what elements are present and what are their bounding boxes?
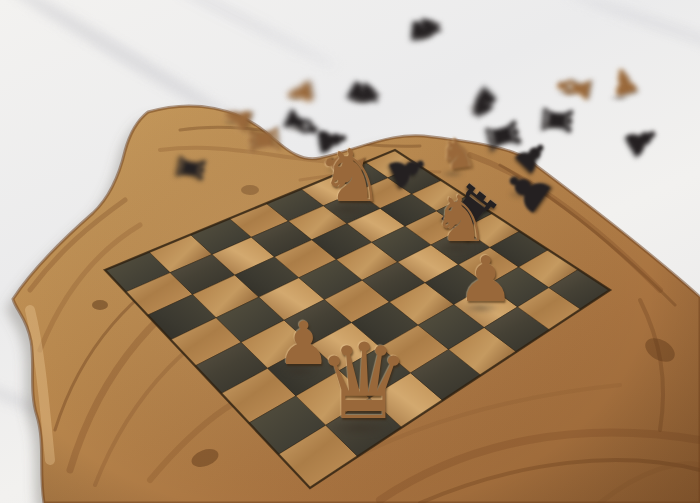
scattered-dark-pawn: ♟ bbox=[617, 116, 667, 165]
scattered-dark-rook: ♜ bbox=[169, 149, 210, 187]
pieces-layer: ♞♝♟♞♟♞♟♜♝♜♜♟♟♟♝♜♟♞♟♞♜♞♟♟♛ bbox=[0, 0, 700, 503]
scattered-dark-pawn: ♟ bbox=[492, 156, 561, 224]
scattered-dark-knight: ♞ bbox=[406, 10, 449, 49]
scattered-light-rook: ♜ bbox=[243, 120, 286, 159]
light-knight-f7[interactable]: ♞ bbox=[319, 140, 384, 213]
scattered-dark-rook: ♜ bbox=[536, 100, 579, 139]
light-queen-b1[interactable]: ♛ bbox=[317, 330, 411, 435]
scene: ♞♝♟♞♟♞♟♜♝♜♜♟♟♟♝♜♟♞♟♞♜♞♟♟♛ bbox=[0, 0, 700, 503]
scattered-dark-pawn: ♟ bbox=[380, 143, 437, 197]
light-pawn-f2[interactable]: ♟ bbox=[458, 248, 515, 311]
scattered-dark-knight: ♞ bbox=[339, 69, 392, 120]
